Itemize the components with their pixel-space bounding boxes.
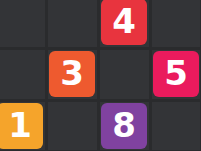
game-screen: 43518 bbox=[0, 0, 200, 150]
board-cell: 1 bbox=[0, 100, 46, 150]
board-cell bbox=[46, 100, 98, 150]
cell-background bbox=[48, 0, 97, 47]
board-cell: 4 bbox=[98, 0, 150, 48]
board-cell: 3 bbox=[46, 48, 98, 100]
board-cell: 8 bbox=[98, 100, 150, 150]
tile-number: 1 bbox=[8, 108, 32, 144]
number-tile-1[interactable]: 1 bbox=[0, 103, 43, 149]
tile-number: 3 bbox=[60, 56, 84, 92]
cell-background bbox=[0, 0, 45, 47]
board-cell bbox=[98, 48, 150, 100]
cell-background bbox=[152, 102, 201, 151]
tile-number: 4 bbox=[112, 4, 136, 40]
number-tile-5[interactable]: 5 bbox=[153, 51, 199, 97]
game-board[interactable]: 43518 bbox=[0, 0, 200, 150]
board-cell bbox=[150, 100, 200, 150]
board-cell bbox=[150, 0, 200, 48]
number-tile-3[interactable]: 3 bbox=[49, 51, 95, 97]
board-cell: 5 bbox=[150, 48, 200, 100]
board-cell bbox=[0, 48, 46, 100]
cell-background bbox=[48, 102, 97, 151]
number-tile-4[interactable]: 4 bbox=[101, 0, 147, 45]
cell-background bbox=[0, 50, 45, 99]
tile-number: 8 bbox=[112, 108, 136, 144]
board-cell bbox=[46, 0, 98, 48]
number-tile-8[interactable]: 8 bbox=[101, 103, 147, 149]
tile-number: 5 bbox=[164, 56, 188, 92]
cell-background bbox=[100, 50, 149, 99]
board-cell bbox=[0, 0, 46, 48]
cell-background bbox=[152, 0, 201, 47]
